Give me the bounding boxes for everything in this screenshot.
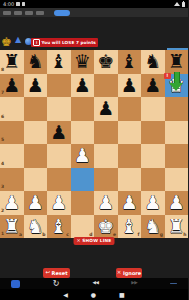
square-h5[interactable]	[165, 121, 189, 145]
toolbar-button-1[interactable]	[3, 11, 11, 15]
square-d2[interactable]	[71, 191, 95, 215]
square-g6[interactable]	[141, 97, 165, 121]
warning-icon: !	[33, 39, 40, 46]
piece-black-bishop[interactable]: ♝	[47, 50, 71, 74]
piece-black-king[interactable]: ♚	[94, 50, 118, 74]
toolbar-button-2[interactable]	[14, 11, 22, 15]
file-label-f: f	[138, 233, 140, 238]
square-g5[interactable]	[141, 121, 165, 145]
piece-black-pawn[interactable]: ♟	[47, 121, 71, 145]
warning-text: You will LOSE 7 points	[42, 40, 96, 45]
square-h8[interactable]: ♜	[165, 50, 189, 74]
square-f6[interactable]	[118, 97, 142, 121]
reset-label: Reset	[52, 270, 68, 276]
points-warning-banner: ! You will LOSE 7 points	[31, 38, 98, 47]
square-e8[interactable]: ♚	[94, 50, 118, 74]
ignore-label: Ignore	[123, 270, 141, 276]
blue-pill-button[interactable]	[54, 10, 70, 16]
show-line-label: SHOW LINE	[82, 238, 111, 243]
square-b2[interactable]: ♟	[24, 191, 48, 215]
square-b7[interactable]: ♟	[24, 74, 48, 98]
wifi-icon	[174, 2, 180, 6]
triangle-icon: ▲	[15, 35, 21, 44]
piece-white-pawn[interactable]: ♟	[71, 144, 95, 168]
square-f2[interactable]: ♟	[118, 191, 142, 215]
square-a7[interactable]: 7♟	[0, 74, 24, 98]
square-f1[interactable]: f♝	[118, 215, 142, 239]
square-h3[interactable]	[165, 168, 189, 192]
replay-icon[interactable]: ↻	[53, 280, 60, 288]
square-d7[interactable]: ♟	[71, 74, 95, 98]
square-e2[interactable]: ♟	[94, 191, 118, 215]
square-f8[interactable]: ♝	[118, 50, 142, 74]
move-arrow-icon	[174, 72, 181, 83]
game-toolbar: ↻ ◀◀ ▶▶	[0, 278, 188, 289]
square-b1[interactable]: b♞	[24, 215, 48, 239]
square-a5[interactable]: 5	[0, 121, 24, 145]
square-a8[interactable]: 8♜	[0, 50, 24, 74]
file-label-h: h	[183, 233, 186, 238]
piece-white-pawn[interactable]: ♟	[165, 191, 189, 215]
square-a2[interactable]: 2♟	[0, 191, 24, 215]
close-icon: ×	[117, 270, 122, 276]
chessboard: 8♜♞♝♛♚♝♞♜7♟♟♟♟♟♛!6♟5♟4♟32♟♟♟♟♟♟♟1a♜b♞c♝d…	[0, 50, 188, 238]
square-b8[interactable]: ♞	[24, 50, 48, 74]
piece-black-pawn[interactable]: ♟	[141, 74, 165, 98]
android-nav-bar: ◀ ● ■	[0, 289, 188, 300]
blue-square-button[interactable]	[11, 280, 20, 288]
rank-label-2: 2	[1, 209, 4, 214]
file-label-b: b	[42, 233, 45, 238]
piece-black-pawn[interactable]: ♟	[24, 74, 48, 98]
rank-label-5: 5	[1, 138, 4, 143]
app-toolbar	[0, 8, 188, 17]
square-c8[interactable]: ♝	[47, 50, 71, 74]
rank-label-3: 3	[1, 185, 4, 190]
file-label-g: g	[160, 233, 163, 238]
nav-recents-icon[interactable]: ■	[119, 292, 125, 298]
square-c7[interactable]	[47, 74, 71, 98]
step-back-icon[interactable]: ◀◀	[92, 281, 98, 286]
square-e7[interactable]	[94, 74, 118, 98]
toolbar-button-3[interactable]	[25, 11, 33, 15]
more-handle-icon[interactable]	[170, 283, 177, 285]
square-h7[interactable]: ♛!	[165, 74, 189, 98]
step-forward-icon[interactable]: ▶▶	[131, 281, 137, 286]
square-d8[interactable]: ♛	[71, 50, 95, 74]
rank-label-1: 1	[1, 232, 4, 237]
square-b3[interactable]	[24, 168, 48, 192]
square-c4[interactable]	[47, 144, 71, 168]
square-d6[interactable]	[71, 97, 95, 121]
square-e4[interactable]	[94, 144, 118, 168]
square-h4[interactable]	[165, 144, 189, 168]
notification-icon	[16, 2, 20, 6]
square-e3[interactable]	[94, 168, 118, 192]
square-h2[interactable]: ♟	[165, 191, 189, 215]
square-g2[interactable]: ♟	[141, 191, 165, 215]
rank-label-6: 6	[1, 115, 4, 120]
square-c5[interactable]: ♟	[47, 121, 71, 145]
square-c6[interactable]	[47, 97, 71, 121]
square-e1[interactable]: e♚	[94, 215, 118, 239]
piece-black-pawn[interactable]: ♟	[71, 74, 95, 98]
square-b5[interactable]	[24, 121, 48, 145]
nav-back-icon[interactable]: ◀	[63, 292, 68, 298]
square-a4[interactable]: 4	[0, 144, 24, 168]
piece-white-pawn[interactable]: ♟	[118, 191, 142, 215]
reset-button[interactable]: ↩ Reset	[43, 268, 70, 278]
file-label-c: c	[66, 233, 69, 238]
square-b6[interactable]	[24, 97, 48, 121]
square-d3[interactable]	[71, 168, 95, 192]
nav-home-icon[interactable]: ●	[91, 292, 96, 298]
piece-white-pawn[interactable]: ♟	[141, 191, 165, 215]
square-f5[interactable]	[118, 121, 142, 145]
rank-label-4: 4	[1, 162, 4, 167]
toolbar-button-4[interactable]	[36, 11, 44, 15]
square-f3[interactable]	[118, 168, 142, 192]
square-g1[interactable]: g♞	[141, 215, 165, 239]
square-c2[interactable]: ♟	[47, 191, 71, 215]
rank-label-8: 8	[1, 68, 4, 73]
square-e5[interactable]	[94, 121, 118, 145]
threat-badge: !	[164, 73, 171, 80]
notification-icon	[22, 2, 26, 6]
battery-icon	[182, 2, 185, 7]
undo-arrow-icon: ↩	[45, 270, 50, 276]
ignore-button[interactable]: × Ignore	[116, 268, 142, 278]
piece-black-knight[interactable]: ♞	[141, 50, 165, 74]
square-c3[interactable]	[47, 168, 71, 192]
piece-white-pawn[interactable]: ♟	[47, 191, 71, 215]
piece-black-queen[interactable]: ♛	[71, 50, 95, 74]
piece-black-pawn[interactable]: ♟	[118, 74, 142, 98]
file-label-a: a	[19, 233, 22, 238]
square-a6[interactable]: 6	[0, 97, 24, 121]
piece-black-bishop[interactable]: ♝	[118, 50, 142, 74]
show-line-button[interactable]: × SHOW LINE	[74, 237, 115, 245]
square-e6[interactable]: ♟	[94, 97, 118, 121]
piece-white-pawn[interactable]: ♟	[24, 191, 48, 215]
rank-label-7: 7	[1, 91, 4, 96]
square-d4[interactable]: ♟	[71, 144, 95, 168]
square-h1[interactable]: h♜	[165, 215, 189, 239]
square-b4[interactable]	[24, 144, 48, 168]
square-d5[interactable]	[71, 121, 95, 145]
piece-black-knight[interactable]: ♞	[24, 50, 48, 74]
square-d1[interactable]: d	[71, 215, 95, 239]
square-g8[interactable]: ♞	[141, 50, 165, 74]
move-arrow-head-icon	[169, 83, 183, 91]
piece-black-rook[interactable]: ♜	[165, 50, 189, 74]
clock-text: 4:00	[3, 1, 14, 7]
status-bar: 4:00	[0, 0, 188, 8]
square-h6[interactable]	[165, 97, 189, 121]
square-c1[interactable]: c♝	[47, 215, 71, 239]
square-a3[interactable]: 3	[0, 168, 24, 192]
square-g7[interactable]: ♟	[141, 74, 165, 98]
piece-white-pawn[interactable]: ♟	[94, 191, 118, 215]
square-g3[interactable]	[141, 168, 165, 192]
close-icon: ×	[77, 238, 81, 243]
square-f7[interactable]: ♟	[118, 74, 142, 98]
square-a1[interactable]: 1a♜	[0, 215, 24, 239]
square-f4[interactable]	[118, 144, 142, 168]
piece-black-pawn[interactable]: ♟	[94, 97, 118, 121]
gold-king-icon: ♚	[1, 36, 12, 48]
square-g4[interactable]	[141, 144, 165, 168]
